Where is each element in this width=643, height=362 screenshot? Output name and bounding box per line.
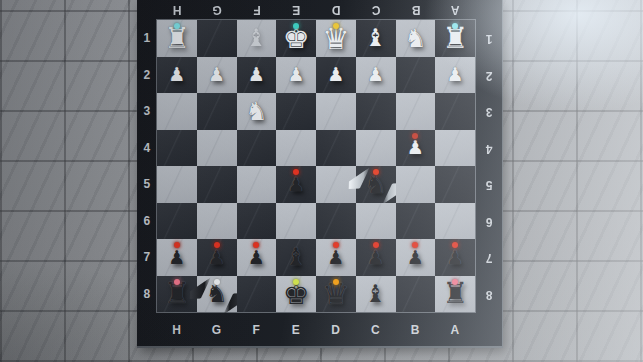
piece-glyph: ♝	[365, 282, 387, 306]
piece-accent-dot	[333, 279, 339, 285]
piece-accent-dot	[333, 242, 339, 248]
piece-wP-h2[interactable]: ♟	[157, 57, 197, 94]
square-c5[interactable]: ♞	[356, 166, 396, 203]
rank-label-left-4: 4	[137, 130, 157, 167]
square-g7[interactable]: ♟	[197, 239, 237, 276]
file-labels-top: HGFEDCBA	[157, 0, 475, 20]
square-b4[interactable]: ♟	[396, 130, 436, 167]
piece-glyph: ♟	[248, 248, 265, 267]
square-c4[interactable]	[356, 130, 396, 167]
piece-glyph: ♟	[288, 65, 305, 84]
square-g2[interactable]: ♟	[197, 57, 237, 94]
square-a3[interactable]	[435, 93, 475, 130]
square-c8[interactable]: ♝	[356, 276, 396, 313]
piece-wR-a1[interactable]: ♜	[435, 20, 475, 57]
file-label-bottom-d: D	[316, 312, 356, 348]
square-c2[interactable]: ♟	[356, 57, 396, 94]
piece-glyph: ♟	[168, 248, 185, 267]
rank-labels-right: 12345678	[475, 20, 503, 312]
square-f7[interactable]: ♟	[237, 239, 277, 276]
piece-glyph: ♞	[404, 26, 426, 51]
square-e8[interactable]: ♚	[276, 276, 316, 313]
piece-wN-b1[interactable]: ♞	[396, 20, 436, 57]
file-label-bottom-e: E	[276, 312, 316, 348]
square-d8[interactable]: ♛	[316, 276, 356, 313]
file-label-bottom-a: A	[435, 312, 475, 348]
piece-glyph: ♟	[447, 248, 464, 267]
piece-bP-g7[interactable]: ♟	[197, 239, 237, 276]
rank-label-right-2: 2	[475, 57, 503, 94]
rank-label-right-5: 5	[475, 166, 503, 203]
file-label-top-d: D	[316, 0, 356, 20]
rank-label-left-2: 2	[137, 57, 157, 94]
piece-wK-e1[interactable]: ♚	[276, 20, 316, 57]
piece-accent-dot	[174, 242, 180, 248]
square-e1[interactable]: ♚	[276, 20, 316, 57]
square-h5[interactable]	[157, 166, 197, 203]
piece-wP-e2[interactable]: ♟	[276, 57, 316, 94]
board-grid: ♜♝♚♛♝♞♜♟♟♟♟♟♟♟♞♟♟♞♟♟♟♝♟♟♟♟♜♞♚♛♝♜	[157, 20, 475, 312]
piece-wN-f3[interactable]: ♞	[237, 93, 277, 130]
rank-label-right-4: 4	[475, 130, 503, 167]
square-h6[interactable]	[157, 203, 197, 240]
square-g6[interactable]	[197, 203, 237, 240]
piece-bP-c7[interactable]: ♟	[356, 239, 396, 276]
piece-glyph: ♟	[327, 248, 344, 267]
square-g4[interactable]	[197, 130, 237, 167]
square-b1[interactable]: ♞	[396, 20, 436, 57]
square-f6[interactable]	[237, 203, 277, 240]
square-a7[interactable]: ♟	[435, 239, 475, 276]
rank-label-left-6: 6	[137, 203, 157, 240]
piece-glyph: ♟	[208, 65, 225, 84]
piece-wP-a2[interactable]: ♟	[435, 57, 475, 94]
piece-accent-dot	[174, 23, 180, 29]
square-a6[interactable]	[435, 203, 475, 240]
square-e4[interactable]	[276, 130, 316, 167]
square-a1[interactable]: ♜	[435, 20, 475, 57]
file-label-top-f: F	[237, 0, 277, 20]
square-f2[interactable]: ♟	[237, 57, 277, 94]
file-label-bottom-b: B	[396, 312, 436, 348]
rank-label-left-3: 3	[137, 93, 157, 130]
piece-glyph: ♟	[367, 65, 384, 84]
piece-glyph: ♞	[364, 172, 386, 197]
piece-bP-d7[interactable]: ♟	[316, 239, 356, 276]
piece-wQ-d1[interactable]: ♛	[316, 20, 356, 57]
piece-wP-g2[interactable]: ♟	[197, 57, 237, 94]
piece-accent-dot	[333, 23, 339, 29]
square-c7[interactable]: ♟	[356, 239, 396, 276]
square-g1[interactable]	[197, 20, 237, 57]
file-label-bottom-g: G	[197, 312, 237, 348]
rank-label-left-8: 8	[137, 276, 157, 313]
square-b3[interactable]	[396, 93, 436, 130]
file-label-top-h: H	[157, 0, 197, 20]
rank-label-right-7: 7	[475, 239, 503, 276]
square-c3[interactable]	[356, 93, 396, 130]
rank-label-left-5: 5	[137, 166, 157, 203]
square-f3[interactable]: ♞	[237, 93, 277, 130]
square-e3[interactable]	[276, 93, 316, 130]
piece-glyph: ♟	[327, 65, 344, 84]
square-a8[interactable]: ♜	[435, 276, 475, 313]
rank-label-right-3: 3	[475, 93, 503, 130]
rank-labels-left: 12345678	[137, 20, 157, 312]
piece-wB-c1[interactable]: ♝	[356, 20, 396, 57]
piece-bP-b7[interactable]: ♟	[396, 239, 436, 276]
piece-glyph: ♝	[246, 26, 268, 50]
piece-wP-b4[interactable]: ♟	[396, 130, 436, 167]
piece-bP-e5[interactable]: ♟	[276, 166, 316, 203]
piece-accent-dot	[373, 169, 379, 175]
piece-accent-dot	[174, 279, 180, 285]
chess-board: HGFEDCBA HGFEDCBA 12345678 12345678 ♜♝♚♛…	[137, 0, 503, 348]
piece-glyph: ♟	[447, 65, 464, 84]
piece-glyph: ♞	[245, 99, 267, 124]
piece-accent-dot	[214, 242, 220, 248]
piece-glyph: ♟	[407, 138, 424, 157]
piece-glyph: ♟	[407, 248, 424, 267]
square-b8[interactable]	[396, 276, 436, 313]
square-h2[interactable]: ♟	[157, 57, 197, 94]
square-g5[interactable]	[197, 166, 237, 203]
piece-glyph: ♝	[365, 26, 387, 50]
square-c6[interactable]	[356, 203, 396, 240]
square-e7[interactable]: ♝	[276, 239, 316, 276]
square-c1[interactable]: ♝	[356, 20, 396, 57]
file-label-top-e: E	[276, 0, 316, 20]
square-d2[interactable]: ♟	[316, 57, 356, 94]
piece-bN-g8[interactable]: ♞	[197, 276, 237, 313]
square-a2[interactable]: ♟	[435, 57, 475, 94]
piece-bN-c5[interactable]: ♞	[356, 166, 396, 203]
piece-accent-dot	[452, 279, 458, 285]
piece-wP-c2[interactable]: ♟	[356, 57, 396, 94]
piece-bR-a8[interactable]: ♜	[435, 276, 475, 313]
piece-glyph: ♟	[248, 65, 265, 84]
piece-wB-f1[interactable]: ♝	[237, 20, 277, 57]
piece-bB-e7[interactable]: ♝	[276, 239, 316, 276]
rank-label-left-7: 7	[137, 239, 157, 276]
rank-label-right-6: 6	[475, 203, 503, 240]
piece-bP-a7[interactable]: ♟	[435, 239, 475, 276]
piece-glyph: ♟	[367, 248, 384, 267]
file-label-bottom-f: F	[237, 312, 277, 348]
square-g8[interactable]: ♞	[197, 276, 237, 313]
piece-accent-dot	[293, 279, 299, 285]
square-d4[interactable]	[316, 130, 356, 167]
piece-accent-dot	[412, 133, 418, 139]
square-b5[interactable]	[396, 166, 436, 203]
chess-scene: HGFEDCBA HGFEDCBA 12345678 12345678 ♜♝♚♛…	[0, 0, 643, 362]
square-e5[interactable]: ♟	[276, 166, 316, 203]
piece-glyph: ♟	[208, 248, 225, 267]
piece-wP-d2[interactable]: ♟	[316, 57, 356, 94]
piece-wP-f2[interactable]: ♟	[237, 57, 277, 94]
square-g3[interactable]	[197, 93, 237, 130]
piece-glyph: ♟	[288, 175, 305, 194]
file-label-top-b: B	[396, 0, 436, 20]
square-d7[interactable]: ♟	[316, 239, 356, 276]
square-d6[interactable]	[316, 203, 356, 240]
piece-bP-h7[interactable]: ♟	[157, 239, 197, 276]
rank-label-right-1: 1	[475, 20, 503, 57]
piece-bQ-d8[interactable]: ♛	[316, 276, 356, 313]
file-label-bottom-c: C	[356, 312, 396, 348]
square-d3[interactable]	[316, 93, 356, 130]
rank-label-right-8: 8	[475, 276, 503, 313]
file-labels-bottom: HGFEDCBA	[157, 312, 475, 348]
file-label-bottom-h: H	[157, 312, 197, 348]
piece-bB-c8[interactable]: ♝	[356, 276, 396, 313]
square-a5[interactable]	[435, 166, 475, 203]
square-f1[interactable]: ♝	[237, 20, 277, 57]
rank-label-left-1: 1	[137, 20, 157, 57]
piece-glyph: ♞	[205, 281, 227, 306]
square-h7[interactable]: ♟	[157, 239, 197, 276]
piece-glyph: ♟	[168, 65, 185, 84]
piece-glyph: ♝	[285, 245, 307, 269]
piece-bP-f7[interactable]: ♟	[237, 239, 277, 276]
piece-wR-h1[interactable]: ♜	[157, 20, 197, 57]
square-b2[interactable]	[396, 57, 436, 94]
square-f5[interactable]	[237, 166, 277, 203]
square-e2[interactable]: ♟	[276, 57, 316, 94]
file-label-top-a: A	[435, 0, 475, 20]
square-h1[interactable]: ♜	[157, 20, 197, 57]
square-h3[interactable]	[157, 93, 197, 130]
piece-accent-dot	[373, 242, 379, 248]
square-d1[interactable]: ♛	[316, 20, 356, 57]
file-label-top-g: G	[197, 0, 237, 20]
square-f8[interactable]	[237, 276, 277, 313]
square-e6[interactable]	[276, 203, 316, 240]
square-h4[interactable]	[157, 130, 197, 167]
file-label-top-c: C	[356, 0, 396, 20]
square-b7[interactable]: ♟	[396, 239, 436, 276]
square-f4[interactable]	[237, 130, 277, 167]
square-b6[interactable]	[396, 203, 436, 240]
square-a4[interactable]	[435, 130, 475, 167]
piece-accent-dot	[214, 279, 220, 285]
piece-bK-e8[interactable]: ♚	[276, 276, 316, 313]
